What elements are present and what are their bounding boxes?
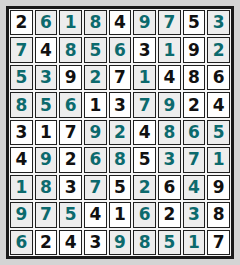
cell-r4c5[interactable]: 3 [109, 92, 132, 117]
cell-r8c3[interactable]: 5 [59, 202, 82, 227]
cell-r5c3[interactable]: 7 [59, 120, 82, 145]
sudoku-frame: 2618497537485631925392714868561379243179… [6, 6, 234, 259]
cell-r5c2[interactable]: 1 [35, 120, 58, 145]
cell-r2c6[interactable]: 3 [133, 37, 156, 62]
cell-r6c9[interactable]: 1 [207, 147, 230, 172]
cell-r1c9[interactable]: 3 [207, 10, 230, 35]
cell-r3c5[interactable]: 7 [109, 65, 132, 90]
cell-r4c1[interactable]: 8 [10, 92, 33, 117]
cell-r9c9[interactable]: 7 [207, 230, 230, 255]
cell-r5c6[interactable]: 4 [133, 120, 156, 145]
cell-r7c4[interactable]: 7 [84, 175, 107, 200]
cell-r8c2[interactable]: 7 [35, 202, 58, 227]
cell-r9c6[interactable]: 8 [133, 230, 156, 255]
cell-r4c7[interactable]: 9 [158, 92, 181, 117]
cell-r7c7[interactable]: 6 [158, 175, 181, 200]
cell-r8c9[interactable]: 8 [207, 202, 230, 227]
cell-r7c6[interactable]: 2 [133, 175, 156, 200]
cell-r7c8[interactable]: 4 [183, 175, 206, 200]
cell-r3c7[interactable]: 4 [158, 65, 181, 90]
cell-r6c4[interactable]: 6 [84, 147, 107, 172]
cell-r3c3[interactable]: 9 [59, 65, 82, 90]
cell-r7c9[interactable]: 9 [207, 175, 230, 200]
cell-r3c8[interactable]: 8 [183, 65, 206, 90]
cell-r8c4[interactable]: 4 [84, 202, 107, 227]
cell-r6c5[interactable]: 8 [109, 147, 132, 172]
cell-r7c5[interactable]: 5 [109, 175, 132, 200]
cell-r9c4[interactable]: 3 [84, 230, 107, 255]
cell-r5c4[interactable]: 9 [84, 120, 107, 145]
cell-r1c3[interactable]: 1 [59, 10, 82, 35]
cell-r4c4[interactable]: 1 [84, 92, 107, 117]
cell-r4c6[interactable]: 7 [133, 92, 156, 117]
cell-r3c1[interactable]: 5 [10, 65, 33, 90]
cell-r9c1[interactable]: 6 [10, 230, 33, 255]
cell-r4c8[interactable]: 2 [183, 92, 206, 117]
cell-r2c1[interactable]: 7 [10, 37, 33, 62]
cell-r3c4[interactable]: 2 [84, 65, 107, 90]
cell-r9c7[interactable]: 5 [158, 230, 181, 255]
cell-r2c2[interactable]: 4 [35, 37, 58, 62]
cell-r6c6[interactable]: 5 [133, 147, 156, 172]
cell-r2c8[interactable]: 9 [183, 37, 206, 62]
cell-r4c3[interactable]: 6 [59, 92, 82, 117]
cell-r7c2[interactable]: 8 [35, 175, 58, 200]
cell-r4c9[interactable]: 4 [207, 92, 230, 117]
cell-r3c2[interactable]: 3 [35, 65, 58, 90]
cell-r6c2[interactable]: 9 [35, 147, 58, 172]
cell-r6c8[interactable]: 7 [183, 147, 206, 172]
cell-r1c5[interactable]: 4 [109, 10, 132, 35]
cell-r7c3[interactable]: 3 [59, 175, 82, 200]
cell-r8c6[interactable]: 6 [133, 202, 156, 227]
cell-r6c3[interactable]: 2 [59, 147, 82, 172]
cell-r8c5[interactable]: 1 [109, 202, 132, 227]
sudoku-board: 2618497537485631925392714868561379243179… [10, 10, 230, 255]
cell-r5c5[interactable]: 2 [109, 120, 132, 145]
cell-r9c5[interactable]: 9 [109, 230, 132, 255]
cell-r7c1[interactable]: 1 [10, 175, 33, 200]
cell-r6c7[interactable]: 3 [158, 147, 181, 172]
cell-r2c9[interactable]: 2 [207, 37, 230, 62]
cell-r3c9[interactable]: 6 [207, 65, 230, 90]
cell-r6c1[interactable]: 4 [10, 147, 33, 172]
cell-r1c4[interactable]: 8 [84, 10, 107, 35]
cell-r8c8[interactable]: 3 [183, 202, 206, 227]
cell-r8c7[interactable]: 2 [158, 202, 181, 227]
cell-r1c7[interactable]: 7 [158, 10, 181, 35]
cell-r5c7[interactable]: 8 [158, 120, 181, 145]
cell-r4c2[interactable]: 5 [35, 92, 58, 117]
cell-r3c6[interactable]: 1 [133, 65, 156, 90]
cell-r5c8[interactable]: 6 [183, 120, 206, 145]
cell-r5c1[interactable]: 3 [10, 120, 33, 145]
cell-r2c4[interactable]: 5 [84, 37, 107, 62]
cell-r5c9[interactable]: 5 [207, 120, 230, 145]
cell-r1c6[interactable]: 9 [133, 10, 156, 35]
sudoku-app: { "game": "sudoku", "state": "solved", "… [0, 0, 240, 265]
cell-r9c3[interactable]: 4 [59, 230, 82, 255]
cell-r2c7[interactable]: 1 [158, 37, 181, 62]
cell-r1c8[interactable]: 5 [183, 10, 206, 35]
cell-r9c8[interactable]: 1 [183, 230, 206, 255]
cell-r8c1[interactable]: 9 [10, 202, 33, 227]
cell-r9c2[interactable]: 2 [35, 230, 58, 255]
cell-r1c1[interactable]: 2 [10, 10, 33, 35]
cell-r2c3[interactable]: 8 [59, 37, 82, 62]
cell-r1c2[interactable]: 6 [35, 10, 58, 35]
cell-r2c5[interactable]: 6 [109, 37, 132, 62]
